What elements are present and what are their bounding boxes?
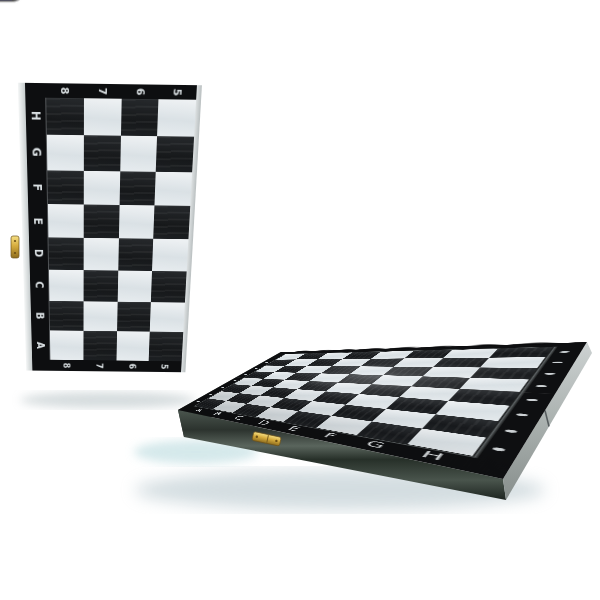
chess-pieces: ♜♞♝♛♚♝♞♜♟♟♟♟♟♟♟♟♟♟♟♟♟♟♟♟♜♞♝♛♚♝♞♜ [0,0,600,600]
piece-white-rook-h1: ♜ [0,0,26,5]
product-photo: ABCDEFGH 8765HGFEDCBA8765 ♜♞♝♛♚♝♞♜♟♟♟♟♟♟… [0,0,600,600]
